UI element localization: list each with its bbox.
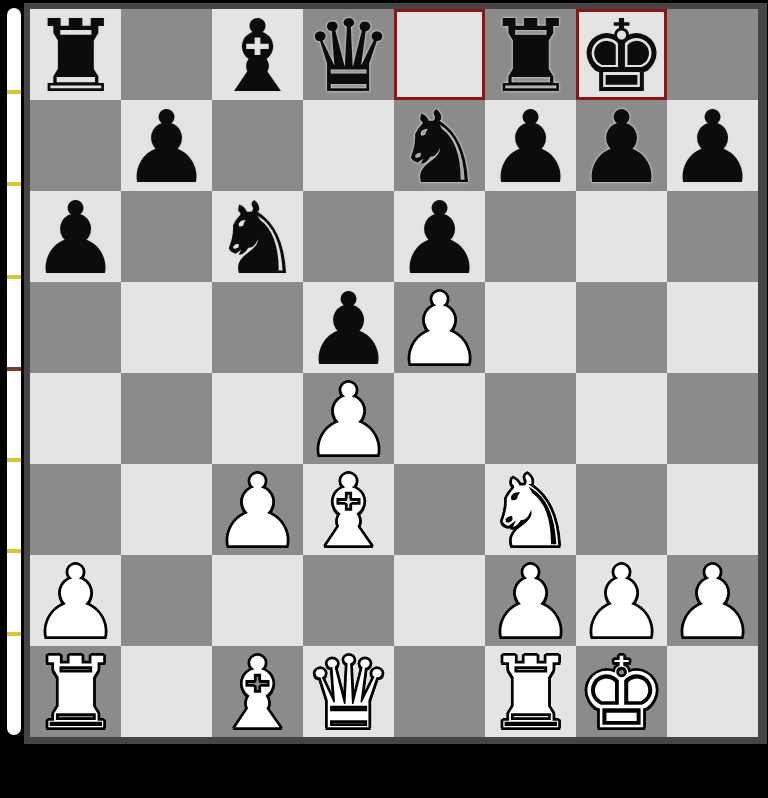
square-c1[interactable]: ♝: [212, 646, 303, 737]
square-d3[interactable]: ♝: [303, 464, 394, 555]
eval-bar-tick: [7, 549, 21, 553]
piece-black-pawn[interactable]: ♟: [486, 98, 576, 198]
square-d8[interactable]: ♛: [303, 9, 394, 100]
app-background: ♜♝♛♜♚♟♞♟♟♟♟♞♟♟♟♟♟♝♞♟♟♟♟♜♝♛♜♚: [0, 0, 768, 798]
square-e7[interactable]: ♞: [394, 100, 485, 191]
square-e5[interactable]: ♟: [394, 282, 485, 373]
square-c6[interactable]: ♞: [212, 191, 303, 282]
square-d5[interactable]: ♟: [303, 282, 394, 373]
square-g1[interactable]: ♚: [576, 646, 667, 737]
square-a7[interactable]: [30, 100, 121, 191]
square-e1[interactable]: [394, 646, 485, 737]
square-g2[interactable]: ♟: [576, 555, 667, 646]
square-c5[interactable]: [212, 282, 303, 373]
piece-black-pawn[interactable]: ♟: [577, 98, 667, 198]
piece-white-rook[interactable]: ♜: [486, 644, 576, 744]
square-a1[interactable]: ♜: [30, 646, 121, 737]
square-f2[interactable]: ♟: [485, 555, 576, 646]
piece-white-king[interactable]: ♚: [577, 644, 667, 744]
piece-white-pawn[interactable]: ♟: [213, 462, 303, 562]
piece-black-pawn[interactable]: ♟: [668, 98, 758, 198]
square-c8[interactable]: ♝: [212, 9, 303, 100]
square-a6[interactable]: ♟: [30, 191, 121, 282]
piece-white-queen[interactable]: ♛: [304, 644, 394, 744]
square-g7[interactable]: ♟: [576, 100, 667, 191]
piece-black-pawn[interactable]: ♟: [31, 189, 121, 289]
square-h4[interactable]: [667, 373, 758, 464]
eval-bar: [7, 8, 21, 735]
square-a2[interactable]: ♟: [30, 555, 121, 646]
square-g8[interactable]: ♚: [576, 9, 667, 100]
square-e2[interactable]: [394, 555, 485, 646]
piece-white-bishop[interactable]: ♝: [304, 462, 394, 562]
square-f6[interactable]: [485, 191, 576, 282]
square-b7[interactable]: ♟: [121, 100, 212, 191]
square-b1[interactable]: [121, 646, 212, 737]
square-d4[interactable]: ♟: [303, 373, 394, 464]
square-a8[interactable]: ♜: [30, 9, 121, 100]
square-a5[interactable]: [30, 282, 121, 373]
piece-white-rook[interactable]: ♜: [31, 644, 121, 744]
eval-bar-tick: [7, 275, 21, 279]
square-b2[interactable]: [121, 555, 212, 646]
square-h5[interactable]: [667, 282, 758, 373]
piece-black-queen[interactable]: ♛: [304, 7, 394, 107]
square-c2[interactable]: [212, 555, 303, 646]
square-b4[interactable]: [121, 373, 212, 464]
square-f1[interactable]: ♜: [485, 646, 576, 737]
square-f3[interactable]: ♞: [485, 464, 576, 555]
square-a3[interactable]: [30, 464, 121, 555]
board: ♜♝♛♜♚♟♞♟♟♟♟♞♟♟♟♟♟♝♞♟♟♟♟♜♝♛♜♚: [30, 9, 758, 737]
eval-bar-tick: [7, 458, 21, 462]
eval-bar-tick: [7, 182, 21, 186]
square-h7[interactable]: ♟: [667, 100, 758, 191]
square-b6[interactable]: [121, 191, 212, 282]
square-g4[interactable]: [576, 373, 667, 464]
square-f7[interactable]: ♟: [485, 100, 576, 191]
piece-white-pawn[interactable]: ♟: [668, 553, 758, 653]
piece-black-pawn[interactable]: ♟: [122, 98, 212, 198]
square-g6[interactable]: [576, 191, 667, 282]
piece-white-bishop[interactable]: ♝: [213, 644, 303, 744]
square-e8[interactable]: [394, 9, 485, 100]
square-d7[interactable]: [303, 100, 394, 191]
square-c4[interactable]: [212, 373, 303, 464]
square-d6[interactable]: [303, 191, 394, 282]
eval-bar-tick: [7, 367, 21, 371]
square-f4[interactable]: [485, 373, 576, 464]
square-e6[interactable]: ♟: [394, 191, 485, 282]
square-e3[interactable]: [394, 464, 485, 555]
square-c3[interactable]: ♟: [212, 464, 303, 555]
square-c7[interactable]: [212, 100, 303, 191]
square-h2[interactable]: ♟: [667, 555, 758, 646]
eval-bar-tick: [7, 90, 21, 94]
square-h1[interactable]: [667, 646, 758, 737]
piece-black-knight[interactable]: ♞: [213, 189, 303, 289]
eval-bar-tick: [7, 632, 21, 636]
square-b3[interactable]: [121, 464, 212, 555]
piece-black-bishop[interactable]: ♝: [213, 7, 303, 107]
square-g5[interactable]: [576, 282, 667, 373]
piece-black-rook[interactable]: ♜: [31, 7, 121, 107]
square-b8[interactable]: [121, 9, 212, 100]
square-d2[interactable]: [303, 555, 394, 646]
square-e4[interactable]: [394, 373, 485, 464]
square-h6[interactable]: [667, 191, 758, 282]
piece-white-pawn[interactable]: ♟: [395, 280, 485, 380]
square-b5[interactable]: [121, 282, 212, 373]
square-h8[interactable]: [667, 9, 758, 100]
square-g3[interactable]: [576, 464, 667, 555]
square-d1[interactable]: ♛: [303, 646, 394, 737]
square-f5[interactable]: [485, 282, 576, 373]
square-a4[interactable]: [30, 373, 121, 464]
board-frame: ♜♝♛♜♚♟♞♟♟♟♟♞♟♟♟♟♟♝♞♟♟♟♟♜♝♛♜♚: [24, 3, 767, 744]
square-f8[interactable]: ♜: [485, 9, 576, 100]
square-h3[interactable]: [667, 464, 758, 555]
